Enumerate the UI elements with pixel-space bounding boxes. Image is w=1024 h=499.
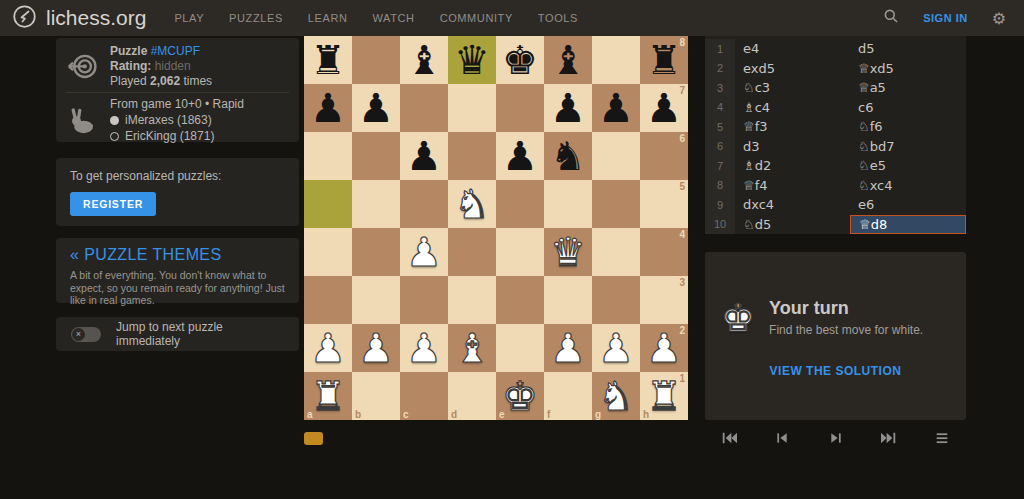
- square-d8[interactable]: ♛: [448, 36, 496, 84]
- white-player-name: iMeraxes (1863): [125, 112, 212, 128]
- piece-white-rook[interactable]: ♜: [640, 372, 688, 420]
- move-white-7[interactable]: ♗d2: [735, 156, 850, 176]
- square-c3[interactable]: [400, 276, 448, 324]
- move-black-9[interactable]: e6: [850, 195, 966, 215]
- move-black-4[interactable]: c6: [850, 98, 966, 118]
- move-number-3: 3: [705, 78, 735, 98]
- move-white-2[interactable]: exd5: [735, 59, 850, 79]
- square-e5[interactable]: [496, 180, 544, 228]
- rank-label-5: 5: [679, 181, 685, 192]
- move-list: 1e4d52exd5♕xd53♘c3♕a54♗c4c65♕f3♘f66d3♘bd…: [705, 36, 966, 234]
- previous-move-button[interactable]: [765, 426, 799, 450]
- piece-black-knight[interactable]: ♞: [544, 132, 592, 180]
- square-h5[interactable]: 5: [640, 180, 688, 228]
- square-h6[interactable]: 6: [640, 132, 688, 180]
- square-d3[interactable]: [448, 276, 496, 324]
- square-b6[interactable]: [352, 132, 400, 180]
- square-f3[interactable]: [544, 276, 592, 324]
- square-c4[interactable]: ♟: [400, 228, 448, 276]
- move-white-1[interactable]: e4: [735, 39, 850, 59]
- square-h2[interactable]: 2♟: [640, 324, 688, 372]
- square-f5[interactable]: [544, 180, 592, 228]
- first-move-button[interactable]: [712, 426, 746, 450]
- move-number-5: 5: [705, 117, 735, 137]
- file-label-d: d: [451, 409, 457, 420]
- move-black-10-selected[interactable]: ♕d8: [850, 215, 966, 235]
- square-g4[interactable]: [592, 228, 640, 276]
- move-row-9: 9dxc4e6: [705, 195, 966, 215]
- square-c7[interactable]: [400, 84, 448, 132]
- file-label-b: b: [355, 409, 361, 420]
- chess-board[interactable]: ♜♝♛♚♝8♜♟♟♟♟7♟♟♟♞6♞5♟♛43♟♟♟♝♟♟2♟a♜bcde♚fg…: [304, 36, 688, 420]
- move-white-8[interactable]: ♕f4: [735, 176, 850, 196]
- lichess-knight-icon: [12, 4, 37, 33]
- square-a8[interactable]: ♜: [304, 36, 352, 84]
- piece-white-pawn[interactable]: ♟: [304, 324, 352, 372]
- square-e7[interactable]: [496, 84, 544, 132]
- nav-community[interactable]: COMMUNITY: [440, 12, 513, 24]
- square-d1[interactable]: d: [448, 372, 496, 420]
- jump-toggle[interactable]: ×: [71, 327, 101, 342]
- square-a3[interactable]: [304, 276, 352, 324]
- nav-play[interactable]: PLAY: [174, 12, 204, 24]
- square-f1[interactable]: f: [544, 372, 592, 420]
- top-bar-right: SIGN IN ⚙: [883, 8, 1024, 28]
- rabbit-icon: [56, 105, 110, 135]
- square-a2[interactable]: ♟: [304, 324, 352, 372]
- piece-white-king[interactable]: ♚: [496, 372, 544, 420]
- your-turn-panel: ♚ Your turn Find the best move for white…: [705, 252, 966, 420]
- move-number-4: 4: [705, 98, 735, 118]
- square-b3[interactable]: [352, 276, 400, 324]
- move-black-2[interactable]: ♕xd5: [850, 59, 966, 79]
- move-number-9: 9: [705, 195, 735, 215]
- puzzle-themes-link[interactable]: « PUZZLE THEMES: [70, 246, 285, 264]
- square-f4[interactable]: ♛: [544, 228, 592, 276]
- square-e4[interactable]: [496, 228, 544, 276]
- piece-black-pawn[interactable]: ♟: [352, 84, 400, 132]
- your-turn-row: ♚ Your turn Find the best move for white…: [705, 252, 966, 337]
- move-number-2: 2: [705, 59, 735, 79]
- square-d2[interactable]: ♝: [448, 324, 496, 372]
- divider: [66, 92, 289, 93]
- file-label-c: c: [403, 409, 409, 420]
- source-game-link[interactable]: From game 10+0 • Rapid: [110, 96, 244, 112]
- logo-text: lichess.org: [46, 6, 146, 30]
- square-e8[interactable]: ♚: [496, 36, 544, 84]
- move-black-7[interactable]: ♘e5: [850, 156, 966, 176]
- move-number-7: 7: [705, 156, 735, 176]
- square-c8[interactable]: ♝: [400, 36, 448, 84]
- square-b2[interactable]: ♟: [352, 324, 400, 372]
- square-g1[interactable]: g♞: [592, 372, 640, 420]
- your-turn-title: Your turn: [769, 298, 923, 319]
- move-row-4: 4♗c4c6: [705, 98, 966, 118]
- jump-toggle-label: Jump to next puzzle immediately: [116, 320, 284, 348]
- black-player-name: EricKingg (1871): [125, 128, 214, 144]
- square-e3[interactable]: [496, 276, 544, 324]
- piece-black-king[interactable]: ♚: [496, 36, 544, 84]
- move-row-2: 2exd5♕xd5: [705, 59, 966, 79]
- piece-black-pawn[interactable]: ♟: [496, 132, 544, 180]
- gear-icon[interactable]: ⚙: [992, 9, 1006, 28]
- piece-black-pawn[interactable]: ♟: [304, 84, 352, 132]
- square-f7[interactable]: ♟: [544, 84, 592, 132]
- square-c5[interactable]: [400, 180, 448, 228]
- solution-link-wrap: VIEW THE SOLUTION: [705, 361, 966, 379]
- piece-white-pawn[interactable]: ♟: [640, 324, 688, 372]
- move-row-3: 3♘c3♕a5: [705, 78, 966, 98]
- move-white-5[interactable]: ♕f3: [735, 117, 850, 137]
- square-d5[interactable]: ♞: [448, 180, 496, 228]
- square-a7[interactable]: ♟: [304, 84, 352, 132]
- last-move-button[interactable]: [872, 426, 906, 450]
- register-box: To get personalized puzzles: REGISTER: [56, 158, 299, 226]
- board-nav-bar: [705, 424, 966, 452]
- square-g3[interactable]: [592, 276, 640, 324]
- piece-black-queen[interactable]: ♛: [448, 36, 496, 84]
- puzzle-info-box: Puzzle #MCUPF Rating: hidden Played 2,06…: [56, 38, 299, 142]
- square-a6[interactable]: [304, 132, 352, 180]
- puzzle-id-link[interactable]: #MCUPF: [151, 44, 200, 58]
- move-black-3[interactable]: ♕a5: [850, 78, 966, 98]
- move-black-5[interactable]: ♘f6: [850, 117, 966, 137]
- move-white-10[interactable]: ♘d5: [735, 215, 850, 235]
- piece-white-knight[interactable]: ♞: [592, 372, 640, 420]
- piece-black-rook[interactable]: ♜: [304, 36, 352, 84]
- move-row-6: 6d3♘bd7: [705, 137, 966, 157]
- move-white-9[interactable]: dxc4: [735, 195, 850, 215]
- piece-black-pawn[interactable]: ♟: [592, 84, 640, 132]
- file-label-f: f: [547, 409, 550, 420]
- next-move-button[interactable]: [819, 426, 853, 450]
- move-number-6: 6: [705, 137, 735, 157]
- piece-black-pawn[interactable]: ♟: [544, 84, 592, 132]
- piece-white-pawn[interactable]: ♟: [352, 324, 400, 372]
- target-icon: [56, 51, 110, 83]
- source-game-row: From game 10+0 • Rapid iMeraxes (1863) E…: [56, 96, 299, 144]
- played-count: 2,062: [150, 74, 180, 88]
- search-icon[interactable]: [883, 8, 899, 28]
- move-white-3[interactable]: ♘c3: [735, 78, 850, 98]
- square-f2[interactable]: ♟: [544, 324, 592, 372]
- board-action-button[interactable]: [304, 432, 323, 445]
- square-d4[interactable]: [448, 228, 496, 276]
- main-nav: PLAY PUZZLES LEARN WATCH COMMUNITY TOOLS: [174, 12, 578, 24]
- square-e6[interactable]: ♟: [496, 132, 544, 180]
- square-c2[interactable]: ♟: [400, 324, 448, 372]
- square-a5[interactable]: [304, 180, 352, 228]
- white-player-row: iMeraxes (1863): [110, 112, 244, 128]
- piece-black-pawn[interactable]: ♟: [400, 132, 448, 180]
- puzzle-rating-line: Rating: hidden: [110, 59, 212, 74]
- piece-black-rook[interactable]: ♜: [640, 36, 688, 84]
- square-b5[interactable]: [352, 180, 400, 228]
- square-d7[interactable]: [448, 84, 496, 132]
- piece-white-pawn[interactable]: ♟: [400, 228, 448, 276]
- rank-label-6: 6: [679, 133, 685, 144]
- your-turn-subtitle: Find the best move for white.: [769, 323, 923, 337]
- square-h1[interactable]: 1h♜: [640, 372, 688, 420]
- square-f6[interactable]: ♞: [544, 132, 592, 180]
- square-f8[interactable]: ♝: [544, 36, 592, 84]
- lichess-logo[interactable]: lichess.org: [0, 4, 146, 33]
- black-player-row: EricKingg (1871): [110, 128, 244, 144]
- move-black-1[interactable]: d5: [850, 39, 966, 59]
- square-h3[interactable]: 3: [640, 276, 688, 324]
- square-h7[interactable]: 7♟: [640, 84, 688, 132]
- square-d6[interactable]: [448, 132, 496, 180]
- square-g7[interactable]: ♟: [592, 84, 640, 132]
- piece-white-bishop[interactable]: ♝: [448, 324, 496, 372]
- square-c6[interactable]: ♟: [400, 132, 448, 180]
- move-white-4[interactable]: ♗c4: [735, 98, 850, 118]
- piece-white-pawn[interactable]: ♟: [544, 324, 592, 372]
- move-number-8: 8: [705, 176, 735, 196]
- white-king-icon: ♚: [721, 299, 755, 337]
- piece-white-queen[interactable]: ♛: [544, 228, 592, 276]
- square-h8[interactable]: 8♜: [640, 36, 688, 84]
- puzzle-meta-row: Puzzle #MCUPF Rating: hidden Played 2,06…: [56, 44, 299, 89]
- puzzle-themes-description: A bit of everything. You don't know what…: [70, 269, 285, 307]
- nav-puzzles[interactable]: PUZZLES: [229, 12, 283, 24]
- puzzle-played-line: Played 2,062 times: [110, 74, 212, 89]
- piece-black-bishop[interactable]: ♝: [544, 36, 592, 84]
- puzzle-themes-box: « PUZZLE THEMES A bit of everything. You…: [56, 238, 299, 303]
- move-number-10: 10: [705, 215, 735, 235]
- rating-hidden-value: hidden: [155, 59, 191, 73]
- sign-in-button[interactable]: SIGN IN: [923, 12, 967, 24]
- white-player-icon: [110, 116, 119, 125]
- square-e2[interactable]: [496, 324, 544, 372]
- view-solution-link[interactable]: VIEW THE SOLUTION: [770, 364, 902, 378]
- square-b1[interactable]: b: [352, 372, 400, 420]
- register-prompt: To get personalized puzzles:: [70, 169, 285, 183]
- square-a1[interactable]: a♜: [304, 372, 352, 420]
- square-b7[interactable]: ♟: [352, 84, 400, 132]
- piece-white-knight[interactable]: ♞: [448, 180, 496, 228]
- square-e1[interactable]: e♚: [496, 372, 544, 420]
- square-b8[interactable]: [352, 36, 400, 84]
- move-number-1: 1: [705, 39, 735, 59]
- menu-icon[interactable]: [925, 426, 959, 450]
- move-row-10: 10♘d5♕d8: [705, 215, 966, 235]
- nav-learn[interactable]: LEARN: [308, 12, 348, 24]
- piece-black-pawn[interactable]: ♟: [640, 84, 688, 132]
- move-row-1: 1e4d5: [705, 39, 966, 59]
- square-h4[interactable]: 4: [640, 228, 688, 276]
- piece-white-pawn[interactable]: ♟: [592, 324, 640, 372]
- toggle-knob-off-icon: ×: [72, 328, 85, 341]
- move-row-8: 8♕f4♘xc4: [705, 176, 966, 196]
- register-button[interactable]: REGISTER: [70, 192, 156, 216]
- square-a4[interactable]: [304, 228, 352, 276]
- piece-white-rook[interactable]: ♜: [304, 372, 352, 420]
- top-bar: lichess.org PLAY PUZZLES LEARN WATCH COM…: [0, 0, 1024, 36]
- move-black-6[interactable]: ♘bd7: [850, 137, 966, 157]
- rank-label-4: 4: [679, 229, 685, 240]
- move-black-8[interactable]: ♘xc4: [850, 176, 966, 196]
- square-c1[interactable]: c: [400, 372, 448, 420]
- move-white-6[interactable]: d3: [735, 137, 850, 157]
- move-row-7: 7♗d2♘e5: [705, 156, 966, 176]
- nav-tools[interactable]: TOOLS: [538, 12, 578, 24]
- square-g5[interactable]: [592, 180, 640, 228]
- puzzle-id-line: Puzzle #MCUPF: [110, 44, 212, 59]
- piece-white-pawn[interactable]: ♟: [400, 324, 448, 372]
- nav-watch[interactable]: WATCH: [373, 12, 415, 24]
- square-g6[interactable]: [592, 132, 640, 180]
- piece-black-bishop[interactable]: ♝: [400, 36, 448, 84]
- rank-label-3: 3: [679, 277, 685, 288]
- black-player-icon: [110, 132, 119, 141]
- square-g8[interactable]: [592, 36, 640, 84]
- move-row-5: 5♕f3♘f6: [705, 117, 966, 137]
- jump-toggle-box: × Jump to next puzzle immediately: [56, 317, 299, 351]
- square-g2[interactable]: ♟: [592, 324, 640, 372]
- square-b4[interactable]: [352, 228, 400, 276]
